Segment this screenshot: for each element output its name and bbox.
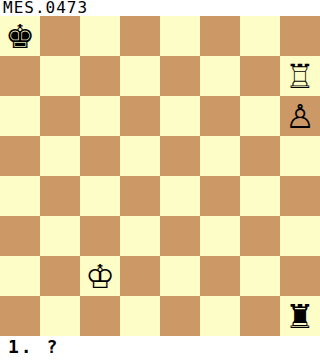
- square-d6[interactable]: [120, 96, 160, 136]
- square-b8[interactable]: [40, 16, 80, 56]
- square-e6[interactable]: [160, 96, 200, 136]
- square-e2[interactable]: [160, 256, 200, 296]
- square-a8-black-king[interactable]: ♚: [0, 16, 40, 56]
- square-f6[interactable]: [200, 96, 240, 136]
- square-c5[interactable]: [80, 136, 120, 176]
- square-c3[interactable]: [80, 216, 120, 256]
- square-e5[interactable]: [160, 136, 200, 176]
- square-d3[interactable]: [120, 216, 160, 256]
- square-b3[interactable]: [40, 216, 80, 256]
- square-a7[interactable]: [0, 56, 40, 96]
- square-f5[interactable]: [200, 136, 240, 176]
- square-f1[interactable]: [200, 296, 240, 336]
- chess-puzzle-window: MES.0473 ♚♖♙♔♜ 1. ?: [0, 0, 320, 360]
- square-h1-black-rook[interactable]: ♜: [280, 296, 320, 336]
- square-d1[interactable]: [120, 296, 160, 336]
- square-d2[interactable]: [120, 256, 160, 296]
- square-h5[interactable]: [280, 136, 320, 176]
- square-d8[interactable]: [120, 16, 160, 56]
- square-d4[interactable]: [120, 176, 160, 216]
- square-f7[interactable]: [200, 56, 240, 96]
- square-h7-white-rook[interactable]: ♖: [280, 56, 320, 96]
- square-g8[interactable]: [240, 16, 280, 56]
- square-h3[interactable]: [280, 216, 320, 256]
- square-g6[interactable]: [240, 96, 280, 136]
- square-g5[interactable]: [240, 136, 280, 176]
- square-g4[interactable]: [240, 176, 280, 216]
- square-a6[interactable]: [0, 96, 40, 136]
- square-e8[interactable]: [160, 16, 200, 56]
- square-e4[interactable]: [160, 176, 200, 216]
- square-g3[interactable]: [240, 216, 280, 256]
- square-b7[interactable]: [40, 56, 80, 96]
- square-g7[interactable]: [240, 56, 280, 96]
- square-c1[interactable]: [80, 296, 120, 336]
- square-b1[interactable]: [40, 296, 80, 336]
- square-c2-white-king[interactable]: ♔: [80, 256, 120, 296]
- square-g1[interactable]: [240, 296, 280, 336]
- square-d7[interactable]: [120, 56, 160, 96]
- square-a3[interactable]: [0, 216, 40, 256]
- square-e3[interactable]: [160, 216, 200, 256]
- square-c8[interactable]: [80, 16, 120, 56]
- square-f4[interactable]: [200, 176, 240, 216]
- square-e1[interactable]: [160, 296, 200, 336]
- square-f2[interactable]: [200, 256, 240, 296]
- square-c4[interactable]: [80, 176, 120, 216]
- square-h6-white-pawn[interactable]: ♙: [280, 96, 320, 136]
- square-a4[interactable]: [0, 176, 40, 216]
- square-b5[interactable]: [40, 136, 80, 176]
- square-b6[interactable]: [40, 96, 80, 136]
- square-h4[interactable]: [280, 176, 320, 216]
- square-c6[interactable]: [80, 96, 120, 136]
- square-e7[interactable]: [160, 56, 200, 96]
- square-a1[interactable]: [0, 296, 40, 336]
- square-f3[interactable]: [200, 216, 240, 256]
- chess-board: ♚♖♙♔♜: [0, 16, 320, 336]
- square-h8[interactable]: [280, 16, 320, 56]
- square-a2[interactable]: [0, 256, 40, 296]
- square-h2[interactable]: [280, 256, 320, 296]
- square-f8[interactable]: [200, 16, 240, 56]
- square-b2[interactable]: [40, 256, 80, 296]
- square-c7[interactable]: [80, 56, 120, 96]
- square-a5[interactable]: [0, 136, 40, 176]
- square-d5[interactable]: [120, 136, 160, 176]
- square-b4[interactable]: [40, 176, 80, 216]
- move-prompt: 1. ?: [0, 336, 320, 360]
- square-g2[interactable]: [240, 256, 280, 296]
- puzzle-title: MES.0473: [0, 0, 320, 16]
